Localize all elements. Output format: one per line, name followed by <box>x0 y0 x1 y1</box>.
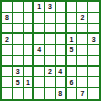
sudoku-cell-r4c2[interactable] <box>13 34 24 45</box>
sudoku-cell-r8c5[interactable] <box>45 77 56 88</box>
sudoku-cell-r3c6[interactable] <box>56 24 67 35</box>
sudoku-cell-r8c1[interactable] <box>2 77 13 88</box>
sudoku-cell-r5c3[interactable] <box>24 45 35 56</box>
sudoku-cell-r6c3[interactable] <box>24 56 35 67</box>
sudoku-cell-r6c8[interactable] <box>77 56 88 67</box>
sudoku-cell-r6c1[interactable] <box>2 56 13 67</box>
sudoku-cell-r6c6[interactable] <box>56 56 67 67</box>
sudoku-cell-r6c2[interactable] <box>13 56 24 67</box>
sudoku-cell-r5c2[interactable] <box>13 45 24 56</box>
sudoku-cell-r1c8[interactable] <box>77 2 88 13</box>
sudoku-cell-r7c2-given: 3 <box>13 67 24 78</box>
sudoku-cell-r4c5[interactable] <box>45 34 56 45</box>
sudoku-cell-r2c1-given: 8 <box>2 13 13 24</box>
sudoku-cell-r3c2[interactable] <box>13 24 24 35</box>
sudoku-cell-r1c7[interactable] <box>67 2 78 13</box>
sudoku-cell-r2c7[interactable] <box>67 13 78 24</box>
sudoku-cell-r8c9[interactable] <box>88 77 99 88</box>
sudoku-cell-r5c7-given: 5 <box>67 45 78 56</box>
sudoku-cell-r4c8[interactable] <box>77 34 88 45</box>
sudoku-cell-r8c2-given: 5 <box>13 77 24 88</box>
sudoku-cell-r2c4[interactable] <box>34 13 45 24</box>
sudoku-cell-r7c1[interactable] <box>2 67 13 78</box>
sudoku-cell-r3c1[interactable] <box>2 24 13 35</box>
sudoku-cell-r1c4-given: 1 <box>34 2 45 13</box>
sudoku-cell-r3c8[interactable] <box>77 24 88 35</box>
sudoku-cell-r9c2[interactable] <box>13 88 24 99</box>
sudoku-cell-r7c8[interactable] <box>77 67 88 78</box>
sudoku-cell-r1c9[interactable] <box>88 2 99 13</box>
sudoku-cell-r9c3[interactable] <box>24 88 35 99</box>
sudoku-cell-r4c3[interactable] <box>24 34 35 45</box>
sudoku-cell-r6c4[interactable] <box>34 56 45 67</box>
sudoku-cell-r7c4[interactable] <box>34 67 45 78</box>
sudoku-cell-r5c4-given: 4 <box>34 45 45 56</box>
sudoku-cell-r2c9[interactable] <box>88 13 99 24</box>
sudoku-cell-r5c9[interactable] <box>88 45 99 56</box>
sudoku-cell-r1c3[interactable] <box>24 2 35 13</box>
sudoku-cell-r6c5[interactable] <box>45 56 56 67</box>
sudoku-cell-r9c5[interactable] <box>45 88 56 99</box>
sudoku-cell-r5c8[interactable] <box>77 45 88 56</box>
sudoku-cell-r3c3[interactable] <box>24 24 35 35</box>
sudoku-cell-r9c4[interactable] <box>34 88 45 99</box>
sudoku-cell-r2c3[interactable] <box>24 13 35 24</box>
sudoku-board: 13822134532451687 <box>0 0 101 101</box>
sudoku-cell-r4c1-given: 2 <box>2 34 13 45</box>
sudoku-cell-r7c6-given: 4 <box>56 67 67 78</box>
sudoku-cell-r3c9[interactable] <box>88 24 99 35</box>
sudoku-cell-r3c4[interactable] <box>34 24 45 35</box>
sudoku-cell-r2c8-given: 2 <box>77 13 88 24</box>
sudoku-cell-r8c3-given: 1 <box>24 77 35 88</box>
sudoku-cell-r1c1[interactable] <box>2 2 13 13</box>
sudoku-cell-r7c7[interactable] <box>67 67 78 78</box>
sudoku-cell-r8c6[interactable] <box>56 77 67 88</box>
sudoku-cell-r8c7-given: 6 <box>67 77 78 88</box>
sudoku-cell-r1c2[interactable] <box>13 2 24 13</box>
sudoku-cell-r5c1[interactable] <box>2 45 13 56</box>
sudoku-cell-r9c9[interactable] <box>88 88 99 99</box>
sudoku-cell-r8c4[interactable] <box>34 77 45 88</box>
sudoku-cell-r2c5[interactable] <box>45 13 56 24</box>
sudoku-cell-r6c9[interactable] <box>88 56 99 67</box>
sudoku-cell-r3c7[interactable] <box>67 24 78 35</box>
sudoku-cell-r7c3[interactable] <box>24 67 35 78</box>
sudoku-cell-r2c2[interactable] <box>13 13 24 24</box>
sudoku-cell-r7c5-given: 2 <box>45 67 56 78</box>
sudoku-cell-r1c6[interactable] <box>56 2 67 13</box>
sudoku-cell-r4c6[interactable] <box>56 34 67 45</box>
sudoku-cell-r4c4[interactable] <box>34 34 45 45</box>
sudoku-cell-r3c5[interactable] <box>45 24 56 35</box>
sudoku-cell-r4c7-given: 1 <box>67 34 78 45</box>
sudoku-cell-r4c9-given: 3 <box>88 34 99 45</box>
sudoku-cell-r2c6[interactable] <box>56 13 67 24</box>
sudoku-cell-r8c8[interactable] <box>77 77 88 88</box>
sudoku-cell-r9c1[interactable] <box>2 88 13 99</box>
sudoku-cell-r9c8-given: 7 <box>77 88 88 99</box>
sudoku-cell-r9c7[interactable] <box>67 88 78 99</box>
sudoku-cell-r5c5[interactable] <box>45 45 56 56</box>
sudoku-cell-r1c5-given: 3 <box>45 2 56 13</box>
sudoku-cell-r6c7[interactable] <box>67 56 78 67</box>
sudoku-cell-r5c6[interactable] <box>56 45 67 56</box>
sudoku-cell-r7c9[interactable] <box>88 67 99 78</box>
sudoku-cell-r9c6-given: 8 <box>56 88 67 99</box>
